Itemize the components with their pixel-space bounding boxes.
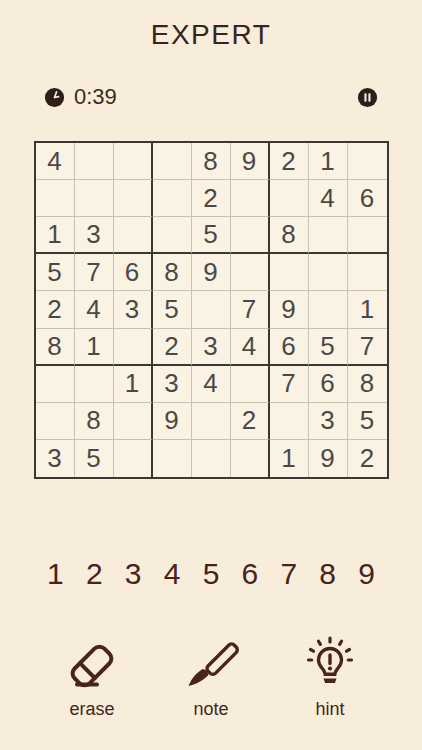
sudoku-cell-r3c1[interactable]: 1 [36,217,75,254]
sudoku-cell-r7c2[interactable] [75,366,114,403]
erase-label: erase [69,699,114,720]
sudoku-cell-r6c2[interactable]: 1 [75,329,114,366]
toolbar: erase note [0,635,422,720]
sudoku-cell-r6c3[interactable] [114,329,153,366]
sudoku-cell-r8c6[interactable]: 2 [231,403,270,440]
sudoku-cell-r3c5[interactable]: 5 [192,217,231,254]
sudoku-cell-r2c3[interactable] [114,180,153,217]
sudoku-cell-r5c6[interactable]: 7 [231,291,270,328]
sudoku-cell-r4c7[interactable] [270,254,309,291]
sudoku-cell-r9c2[interactable]: 5 [75,440,114,477]
sudoku-cell-r2c9[interactable]: 6 [348,180,387,217]
eraser-icon [63,635,121,691]
sudoku-cell-r3c9[interactable] [348,217,387,254]
sudoku-cell-r8c1[interactable] [36,403,75,440]
sudoku-cell-r2c4[interactable] [153,180,192,217]
pause-button[interactable] [356,86,378,108]
sudoku-cell-r7c4[interactable]: 3 [153,366,192,403]
sudoku-cell-r6c6[interactable]: 4 [231,329,270,366]
sudoku-cell-r8c7[interactable] [270,403,309,440]
sudoku-cell-r2c2[interactable] [75,180,114,217]
sudoku-cell-r9c9[interactable]: 2 [348,440,387,477]
numpad-4[interactable]: 4 [164,559,181,589]
sudoku-cell-r1c6[interactable]: 9 [231,143,270,180]
note-button[interactable]: note [175,635,247,720]
sudoku-cell-r4c2[interactable]: 7 [75,254,114,291]
sudoku-cell-r4c4[interactable]: 8 [153,254,192,291]
pause-icon [357,87,378,108]
sudoku-cell-r5c9[interactable]: 1 [348,291,387,328]
sudoku-cell-r1c8[interactable]: 1 [309,143,348,180]
sudoku-cell-r2c1[interactable] [36,180,75,217]
sudoku-cell-r4c1[interactable]: 5 [36,254,75,291]
sudoku-cell-r1c1[interactable]: 4 [36,143,75,180]
sudoku-cell-r5c7[interactable]: 9 [270,291,309,328]
sudoku-cell-r5c8[interactable] [309,291,348,328]
numpad-3[interactable]: 3 [125,559,142,589]
sudoku-cell-r8c9[interactable]: 5 [348,403,387,440]
sudoku-cell-r3c6[interactable] [231,217,270,254]
sudoku-cell-r1c3[interactable] [114,143,153,180]
sudoku-cell-r1c4[interactable] [153,143,192,180]
sudoku-cell-r6c9[interactable]: 7 [348,329,387,366]
sudoku-cell-r2c7[interactable] [270,180,309,217]
sudoku-cell-r8c2[interactable]: 8 [75,403,114,440]
sudoku-cell-r9c5[interactable] [192,440,231,477]
sudoku-cell-r6c8[interactable]: 5 [309,329,348,366]
sudoku-cell-r8c8[interactable]: 3 [309,403,348,440]
sudoku-cell-r6c4[interactable]: 2 [153,329,192,366]
sudoku-cell-r5c2[interactable]: 4 [75,291,114,328]
brush-icon [182,635,240,691]
sudoku-cell-r3c4[interactable] [153,217,192,254]
sudoku-cell-r5c5[interactable] [192,291,231,328]
sudoku-cell-r3c2[interactable]: 3 [75,217,114,254]
sudoku-cell-r5c1[interactable]: 2 [36,291,75,328]
bulb-icon [301,635,359,691]
sudoku-cell-r2c6[interactable] [231,180,270,217]
sudoku-cell-r7c5[interactable]: 4 [192,366,231,403]
erase-button[interactable]: erase [56,635,128,720]
numpad-8[interactable]: 8 [319,559,336,589]
number-pad: 123456789 [0,559,422,589]
note-label: note [193,699,228,720]
sudoku-cell-r9c8[interactable]: 9 [309,440,348,477]
sudoku-cell-r7c3[interactable]: 1 [114,366,153,403]
sudoku-cell-r8c3[interactable] [114,403,153,440]
sudoku-cell-r7c1[interactable] [36,366,75,403]
sudoku-cell-r9c6[interactable] [231,440,270,477]
sudoku-cell-r7c7[interactable]: 7 [270,366,309,403]
sudoku-cell-r6c7[interactable]: 6 [270,329,309,366]
sudoku-cell-r9c7[interactable]: 1 [270,440,309,477]
sudoku-cell-r1c7[interactable]: 2 [270,143,309,180]
sudoku-cell-r4c8[interactable] [309,254,348,291]
sudoku-cell-r8c4[interactable]: 9 [153,403,192,440]
numpad-1[interactable]: 1 [47,559,64,589]
sudoku-cell-r6c5[interactable]: 3 [192,329,231,366]
sudoku-cell-r2c8[interactable]: 4 [309,180,348,217]
sudoku-cell-r9c1[interactable]: 3 [36,440,75,477]
sudoku-cell-r7c8[interactable]: 6 [309,366,348,403]
numpad-5[interactable]: 5 [203,559,220,589]
sudoku-cell-r4c9[interactable] [348,254,387,291]
sudoku-cell-r2c5[interactable]: 2 [192,180,231,217]
hint-label: hint [315,699,344,720]
timer-value: 0:39 [74,84,117,110]
sudoku-cell-r7c9[interactable]: 8 [348,366,387,403]
clock-icon [44,87,65,108]
sudoku-cell-r1c2[interactable] [75,143,114,180]
sudoku-cell-r3c3[interactable] [114,217,153,254]
sudoku-cell-r8c5[interactable] [192,403,231,440]
sudoku-grid: 4892124613585768924357918123465713476889… [34,141,389,479]
numpad-2[interactable]: 2 [86,559,103,589]
numpad-9[interactable]: 9 [358,559,375,589]
numpad-6[interactable]: 6 [242,559,259,589]
hint-button[interactable]: hint [294,635,366,720]
sudoku-cell-r4c3[interactable]: 6 [114,254,153,291]
sudoku-cell-r4c5[interactable]: 9 [192,254,231,291]
sudoku-cell-r4c6[interactable] [231,254,270,291]
sudoku-cell-r7c6[interactable] [231,366,270,403]
sudoku-cell-r5c3[interactable]: 3 [114,291,153,328]
sudoku-cell-r5c4[interactable]: 5 [153,291,192,328]
sudoku-cell-r1c9[interactable] [348,143,387,180]
status-bar: 0:39 [0,84,422,110]
sudoku-cell-r3c7[interactable]: 8 [270,217,309,254]
numpad-7[interactable]: 7 [280,559,297,589]
timer: 0:39 [44,84,117,110]
sudoku-cell-r9c3[interactable] [114,440,153,477]
sudoku-cell-r3c8[interactable] [309,217,348,254]
sudoku-cell-r1c5[interactable]: 8 [192,143,231,180]
sudoku-cell-r9c4[interactable] [153,440,192,477]
page-title: EXPERT [0,18,422,52]
sudoku-cell-r6c1[interactable]: 8 [36,329,75,366]
